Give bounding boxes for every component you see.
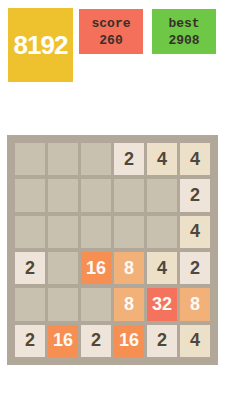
tile-8-r4c4: 8 xyxy=(114,252,144,284)
tile-4-r1c5: 4 xyxy=(147,143,177,175)
empty-cell-r1c2 xyxy=(48,143,78,175)
tile-2-r6c5: 2 xyxy=(147,325,177,357)
tile-4-r3c6: 4 xyxy=(180,216,210,248)
empty-cell-r3c2 xyxy=(48,216,78,248)
tile-2-r6c3: 2 xyxy=(81,325,111,357)
tile-32-r5c5: 32 xyxy=(147,288,177,320)
logo-tile-8192: 8192 xyxy=(8,8,73,82)
empty-cell-r4c2 xyxy=(48,252,78,284)
empty-cell-r3c4 xyxy=(114,216,144,248)
best-value: 2908 xyxy=(168,32,199,49)
empty-cell-r2c1 xyxy=(15,179,45,211)
tile-16-r6c4: 16 xyxy=(114,325,144,357)
best-label: best xyxy=(168,15,199,32)
empty-cell-r2c5 xyxy=(147,179,177,211)
empty-cell-r2c3 xyxy=(81,179,111,211)
tile-2-r4c6: 2 xyxy=(180,252,210,284)
empty-cell-r1c3 xyxy=(81,143,111,175)
empty-cell-r2c2 xyxy=(48,179,78,211)
empty-cell-r1c1 xyxy=(15,143,45,175)
tile-4-r4c5: 4 xyxy=(147,252,177,284)
tile-2-r2c6: 2 xyxy=(180,179,210,211)
empty-cell-r3c3 xyxy=(81,216,111,248)
score-value: 260 xyxy=(99,32,122,49)
tile-16-r4c3: 16 xyxy=(81,252,111,284)
best-box: best 2908 xyxy=(152,9,216,54)
tile-16-r6c2: 16 xyxy=(48,325,78,357)
tile-2-r1c4: 2 xyxy=(114,143,144,175)
tile-4-r1c6: 4 xyxy=(180,143,210,175)
empty-cell-r3c5 xyxy=(147,216,177,248)
tile-2-r6c1: 2 xyxy=(15,325,45,357)
score-box: score 260 xyxy=(79,9,143,54)
score-label: score xyxy=(91,15,130,32)
tile-4-r6c6: 4 xyxy=(180,325,210,357)
tile-8-r5c4: 8 xyxy=(114,288,144,320)
board-grid[interactable]: 24424216842832821621624 xyxy=(7,135,218,365)
empty-cell-r5c2 xyxy=(48,288,78,320)
tile-2-r4c1: 2 xyxy=(15,252,45,284)
empty-cell-r2c4 xyxy=(114,179,144,211)
empty-cell-r3c1 xyxy=(15,216,45,248)
empty-cell-r5c3 xyxy=(81,288,111,320)
empty-cell-r5c1 xyxy=(15,288,45,320)
tile-8-r5c6: 8 xyxy=(180,288,210,320)
